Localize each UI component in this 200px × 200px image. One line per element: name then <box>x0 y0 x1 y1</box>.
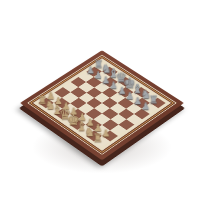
piece-black-pawn[interactable]: ♟ <box>110 80 118 89</box>
piece-black-pawn[interactable]: ♟ <box>142 101 151 111</box>
product-photo: ♜♞♝♛♚♝♞♜♟♟♟♟♟♟♟♟♟♟♟♟♟♟♟♟♜♞♝♛♚♝♞♜ <box>0 0 200 200</box>
piece-white-pawn[interactable]: ♟ <box>102 129 111 139</box>
piece-white-rook[interactable]: ♜ <box>93 133 103 144</box>
chess-board: ♜♞♝♛♚♝♞♜♟♟♟♟♟♟♟♟♟♟♟♟♟♟♟♟♜♞♝♛♚♝♞♜ <box>20 50 184 160</box>
board-scene: ♜♞♝♛♚♝♞♜♟♟♟♟♟♟♟♟♟♟♟♟♟♟♟♟♜♞♝♛♚♝♞♜ <box>44 45 160 161</box>
